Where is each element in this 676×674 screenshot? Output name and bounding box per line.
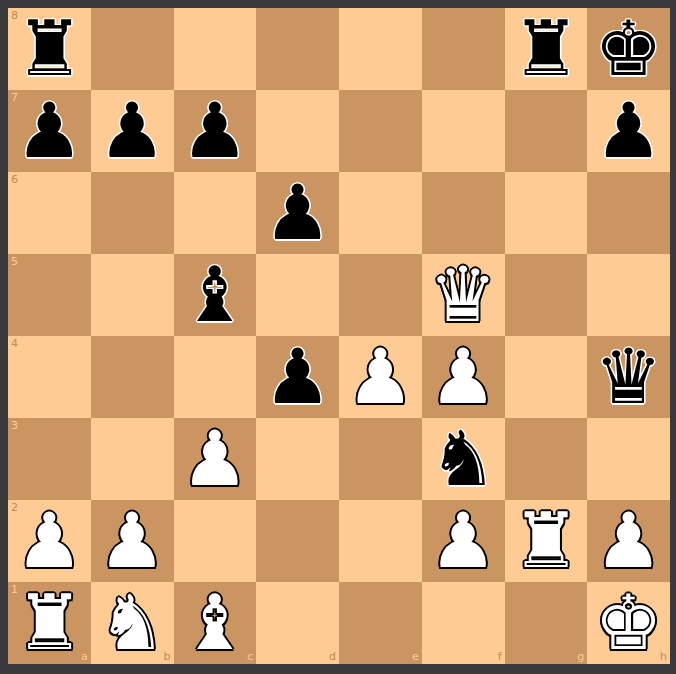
square-e2[interactable]	[339, 500, 422, 582]
square-f7[interactable]	[422, 90, 505, 172]
chess-board: 8♜♜♚7♟♟♟♟6♟5♝♛4♟♟♟♛3♟♞2♟♟♟♜♟1a♜b♞c♝defgh…	[8, 8, 670, 664]
piece-black-queen-h4[interactable]: ♛	[595, 336, 663, 418]
square-b2[interactable]: ♟	[91, 500, 174, 582]
piece-white-queen-f5[interactable]: ♛	[429, 254, 497, 336]
file-label-e: e	[412, 651, 419, 662]
square-b1[interactable]: b♞	[91, 582, 174, 664]
square-f6[interactable]	[422, 172, 505, 254]
square-a3[interactable]: 3	[8, 418, 91, 500]
rank-label-3: 3	[11, 420, 18, 431]
square-a6[interactable]: 6	[8, 172, 91, 254]
square-d8[interactable]	[256, 8, 339, 90]
square-b4[interactable]	[91, 336, 174, 418]
square-c2[interactable]	[174, 500, 257, 582]
square-c1[interactable]: c♝	[174, 582, 257, 664]
square-c4[interactable]	[174, 336, 257, 418]
square-g2[interactable]: ♜	[505, 500, 588, 582]
piece-black-pawn-a7[interactable]: ♟	[15, 90, 83, 172]
square-c6[interactable]	[174, 172, 257, 254]
rank-label-4: 4	[11, 338, 18, 349]
board-frame: 8♜♜♚7♟♟♟♟6♟5♝♛4♟♟♟♛3♟♞2♟♟♟♜♟1a♜b♞c♝defgh…	[0, 0, 676, 674]
square-d5[interactable]	[256, 254, 339, 336]
piece-white-king-h1[interactable]: ♚	[595, 582, 663, 664]
square-g5[interactable]	[505, 254, 588, 336]
piece-white-rook-a1[interactable]: ♜	[15, 582, 83, 664]
square-h6[interactable]	[587, 172, 670, 254]
square-e5[interactable]	[339, 254, 422, 336]
square-a2[interactable]: 2♟	[8, 500, 91, 582]
square-e6[interactable]	[339, 172, 422, 254]
square-e7[interactable]	[339, 90, 422, 172]
square-e4[interactable]: ♟	[339, 336, 422, 418]
square-c5[interactable]: ♝	[174, 254, 257, 336]
piece-black-pawn-d6[interactable]: ♟	[264, 172, 332, 254]
square-h7[interactable]: ♟	[587, 90, 670, 172]
square-c8[interactable]	[174, 8, 257, 90]
piece-white-pawn-h2[interactable]: ♟	[595, 500, 663, 582]
square-g8[interactable]: ♜	[505, 8, 588, 90]
square-f1[interactable]: f	[422, 582, 505, 664]
piece-black-pawn-d4[interactable]: ♟	[264, 336, 332, 418]
rank-label-6: 6	[11, 174, 18, 185]
piece-black-pawn-h7[interactable]: ♟	[595, 90, 663, 172]
piece-white-pawn-f4[interactable]: ♟	[429, 336, 497, 418]
piece-black-rook-a8[interactable]: ♜	[15, 8, 83, 90]
piece-black-knight-f3[interactable]: ♞	[429, 418, 497, 500]
piece-white-pawn-f2[interactable]: ♟	[429, 500, 497, 582]
square-a4[interactable]: 4	[8, 336, 91, 418]
file-label-g: g	[577, 651, 584, 662]
square-f8[interactable]	[422, 8, 505, 90]
piece-white-bishop-c1[interactable]: ♝	[181, 582, 249, 664]
piece-white-pawn-a2[interactable]: ♟	[15, 500, 83, 582]
square-f2[interactable]: ♟	[422, 500, 505, 582]
square-h1[interactable]: h♚	[587, 582, 670, 664]
square-a8[interactable]: 8♜	[8, 8, 91, 90]
square-h4[interactable]: ♛	[587, 336, 670, 418]
square-b5[interactable]	[91, 254, 174, 336]
square-h8[interactable]: ♚	[587, 8, 670, 90]
square-d4[interactable]: ♟	[256, 336, 339, 418]
square-c7[interactable]: ♟	[174, 90, 257, 172]
square-b3[interactable]	[91, 418, 174, 500]
square-e3[interactable]	[339, 418, 422, 500]
square-a1[interactable]: 1a♜	[8, 582, 91, 664]
square-f5[interactable]: ♛	[422, 254, 505, 336]
rank-label-5: 5	[11, 256, 18, 267]
square-e8[interactable]	[339, 8, 422, 90]
piece-white-knight-b1[interactable]: ♞	[98, 582, 166, 664]
piece-black-pawn-b7[interactable]: ♟	[98, 90, 166, 172]
piece-white-pawn-e4[interactable]: ♟	[346, 336, 414, 418]
file-label-d: d	[329, 651, 336, 662]
square-g4[interactable]	[505, 336, 588, 418]
square-b6[interactable]	[91, 172, 174, 254]
piece-white-pawn-b2[interactable]: ♟	[98, 500, 166, 582]
square-f3[interactable]: ♞	[422, 418, 505, 500]
piece-black-bishop-c5[interactable]: ♝	[181, 254, 249, 336]
square-d7[interactable]	[256, 90, 339, 172]
square-b7[interactable]: ♟	[91, 90, 174, 172]
square-h2[interactable]: ♟	[587, 500, 670, 582]
square-d6[interactable]: ♟	[256, 172, 339, 254]
square-h5[interactable]	[587, 254, 670, 336]
square-f4[interactable]: ♟	[422, 336, 505, 418]
square-d3[interactable]	[256, 418, 339, 500]
square-e1[interactable]: e	[339, 582, 422, 664]
piece-white-pawn-c3[interactable]: ♟	[181, 418, 249, 500]
square-g7[interactable]	[505, 90, 588, 172]
square-b8[interactable]	[91, 8, 174, 90]
square-h3[interactable]	[587, 418, 670, 500]
square-d1[interactable]: d	[256, 582, 339, 664]
piece-white-rook-g2[interactable]: ♜	[512, 500, 580, 582]
square-g1[interactable]: g	[505, 582, 588, 664]
square-g3[interactable]	[505, 418, 588, 500]
piece-black-pawn-c7[interactable]: ♟	[181, 90, 249, 172]
square-g6[interactable]	[505, 172, 588, 254]
square-a5[interactable]: 5	[8, 254, 91, 336]
square-c3[interactable]: ♟	[174, 418, 257, 500]
square-a7[interactable]: 7♟	[8, 90, 91, 172]
piece-black-rook-g8[interactable]: ♜	[512, 8, 580, 90]
file-label-f: f	[498, 651, 502, 662]
piece-black-king-h8[interactable]: ♚	[595, 8, 663, 90]
square-d2[interactable]	[256, 500, 339, 582]
